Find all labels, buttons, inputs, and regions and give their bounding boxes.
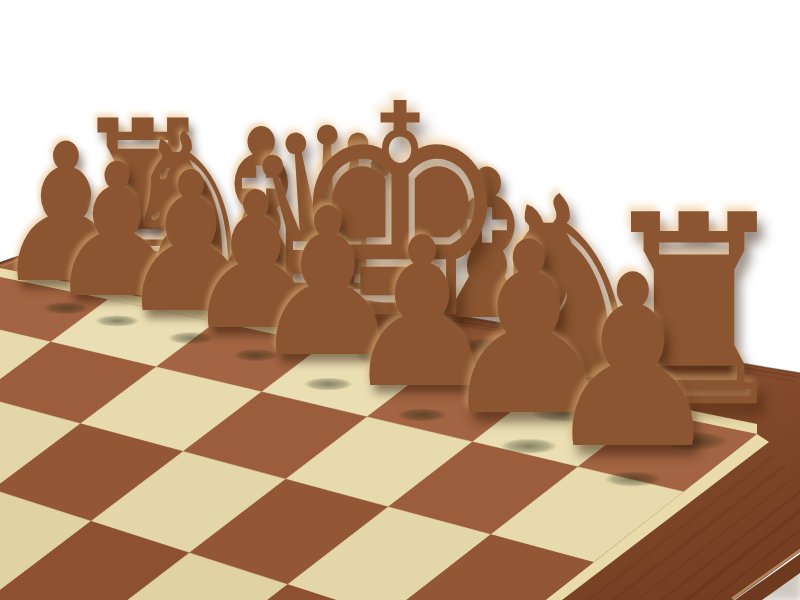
scene-container: ♜♞♝♟♛♟♟♝♚♟♟♞♟♜♟♟ <box>0 0 800 600</box>
chess-board <box>0 0 800 600</box>
